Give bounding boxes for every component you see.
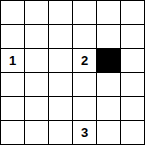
cell-r6c6[interactable] (121, 121, 145, 145)
cell-r5c6[interactable] (121, 97, 145, 121)
cell-r4c1[interactable] (1, 73, 25, 97)
cell-r5c4[interactable] (73, 97, 97, 121)
cell-r6c5[interactable] (97, 121, 121, 145)
cell-r5c1[interactable] (1, 97, 25, 121)
cell-r4c5[interactable] (97, 73, 121, 97)
cell-r5c5[interactable] (97, 97, 121, 121)
cell-r3c3[interactable] (49, 49, 73, 73)
cell-r1c6[interactable] (121, 1, 145, 25)
cell-r4c3[interactable] (49, 73, 73, 97)
cell-r5c2[interactable] (25, 97, 49, 121)
cell-r1c1[interactable] (1, 1, 25, 25)
cell-r3c1-clue[interactable]: 1 (1, 49, 25, 73)
cell-r2c4[interactable] (73, 25, 97, 49)
cell-r1c5[interactable] (97, 1, 121, 25)
cell-r3c6[interactable] (121, 49, 145, 73)
cell-r3c4-clue[interactable]: 2 (73, 49, 97, 73)
cell-r2c5[interactable] (97, 25, 121, 49)
cell-r6c4-clue[interactable]: 3 (73, 121, 97, 145)
cell-r4c6[interactable] (121, 73, 145, 97)
cell-r6c2[interactable] (25, 121, 49, 145)
cell-r6c1[interactable] (1, 121, 25, 145)
cell-r2c1[interactable] (1, 25, 25, 49)
cell-r2c2[interactable] (25, 25, 49, 49)
cell-r6c3[interactable] (49, 121, 73, 145)
cell-r1c4[interactable] (73, 1, 97, 25)
cell-r5c3[interactable] (49, 97, 73, 121)
cell-r3c5-filled[interactable] (97, 49, 121, 73)
cell-r1c2[interactable] (25, 1, 49, 25)
cell-r2c6[interactable] (121, 25, 145, 49)
cell-r4c4[interactable] (73, 73, 97, 97)
cell-r4c2[interactable] (25, 73, 49, 97)
cell-r2c3[interactable] (49, 25, 73, 49)
puzzle-board: 123 (0, 0, 145, 145)
cell-r3c2[interactable] (25, 49, 49, 73)
cell-r1c3[interactable] (49, 1, 73, 25)
